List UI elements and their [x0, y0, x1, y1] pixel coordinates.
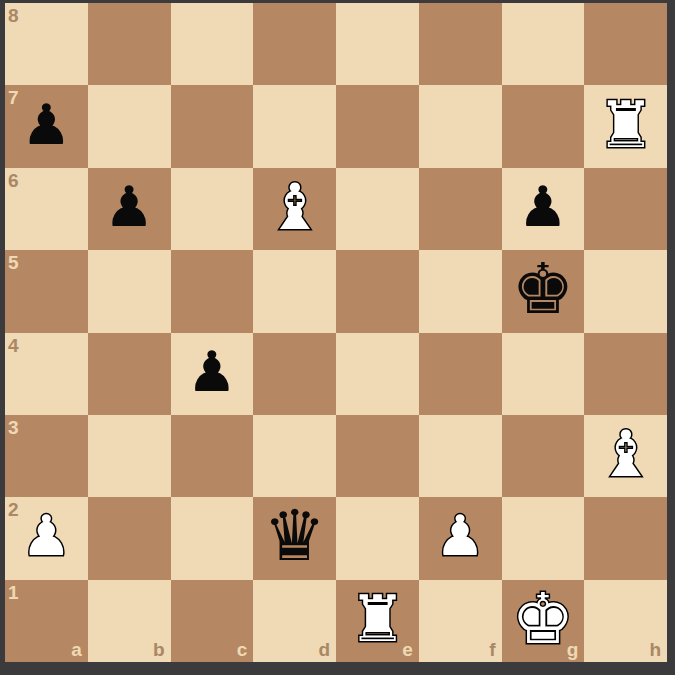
square-d2[interactable]: ♛ — [253, 497, 336, 579]
square-f8[interactable] — [419, 3, 502, 85]
square-c8[interactable] — [171, 3, 254, 85]
square-a4[interactable]: 4 — [5, 333, 88, 415]
square-f3[interactable] — [419, 415, 502, 497]
file-label-f: f — [489, 640, 495, 659]
square-d8[interactable] — [253, 3, 336, 85]
square-h8[interactable] — [584, 3, 667, 85]
file-label-b: b — [153, 640, 165, 659]
square-a8[interactable]: 8 — [5, 3, 88, 85]
square-f2[interactable]: ♟ — [419, 497, 502, 579]
square-h6[interactable] — [584, 168, 667, 250]
square-g1[interactable]: g♚ — [502, 580, 585, 662]
square-g3[interactable] — [502, 415, 585, 497]
square-e4[interactable] — [336, 333, 419, 415]
square-e6[interactable] — [336, 168, 419, 250]
square-a3[interactable]: 3 — [5, 415, 88, 497]
square-a7[interactable]: 7♟ — [5, 85, 88, 167]
rank-label-2: 2 — [8, 500, 19, 519]
square-f6[interactable] — [419, 168, 502, 250]
rank-label-4: 4 — [8, 336, 19, 355]
square-b1[interactable]: b — [88, 580, 171, 662]
white-rook-piece[interactable]: ♜ — [597, 93, 654, 157]
square-f1[interactable]: f — [419, 580, 502, 662]
rank-label-1: 1 — [8, 583, 19, 602]
square-c5[interactable] — [171, 250, 254, 332]
file-label-c: c — [237, 640, 248, 659]
black-pawn-piece[interactable]: ♟ — [187, 344, 237, 400]
square-b2[interactable] — [88, 497, 171, 579]
square-c4[interactable]: ♟ — [171, 333, 254, 415]
square-c7[interactable] — [171, 85, 254, 167]
rank-label-7: 7 — [8, 88, 19, 107]
black-pawn-piece[interactable]: ♟ — [104, 179, 154, 235]
white-pawn-piece[interactable]: ♟ — [435, 508, 485, 564]
file-label-d: d — [318, 640, 330, 659]
rank-label-8: 8 — [8, 6, 19, 25]
file-label-h: h — [649, 640, 661, 659]
square-h4[interactable] — [584, 333, 667, 415]
board-frame: 87♟♜6♟♝♟5♚4♟3♝2♟♛♟1abcde♜fg♚h — [0, 0, 675, 675]
rank-label-3: 3 — [8, 418, 19, 437]
square-h3[interactable]: ♝ — [584, 415, 667, 497]
square-b6[interactable]: ♟ — [88, 168, 171, 250]
square-e3[interactable] — [336, 415, 419, 497]
rank-label-5: 5 — [8, 253, 19, 272]
white-bishop-piece[interactable]: ♝ — [597, 422, 654, 486]
square-f4[interactable] — [419, 333, 502, 415]
square-c1[interactable]: c — [171, 580, 254, 662]
square-e8[interactable] — [336, 3, 419, 85]
square-c3[interactable] — [171, 415, 254, 497]
square-f7[interactable] — [419, 85, 502, 167]
square-a6[interactable]: 6 — [5, 168, 88, 250]
square-h7[interactable]: ♜ — [584, 85, 667, 167]
square-g7[interactable] — [502, 85, 585, 167]
square-a2[interactable]: 2♟ — [5, 497, 88, 579]
file-label-a: a — [71, 640, 82, 659]
square-d7[interactable] — [253, 85, 336, 167]
square-d5[interactable] — [253, 250, 336, 332]
square-e1[interactable]: e♜ — [336, 580, 419, 662]
square-h5[interactable] — [584, 250, 667, 332]
square-b7[interactable] — [88, 85, 171, 167]
square-b4[interactable] — [88, 333, 171, 415]
square-h1[interactable]: h — [584, 580, 667, 662]
black-pawn-piece[interactable]: ♟ — [21, 97, 71, 153]
square-a1[interactable]: 1a — [5, 580, 88, 662]
square-d4[interactable] — [253, 333, 336, 415]
chess-board: 87♟♜6♟♝♟5♚4♟3♝2♟♛♟1abcde♜fg♚h — [5, 3, 667, 662]
square-g5[interactable]: ♚ — [502, 250, 585, 332]
black-queen-piece[interactable]: ♛ — [263, 501, 326, 571]
square-g4[interactable] — [502, 333, 585, 415]
square-c2[interactable] — [171, 497, 254, 579]
rank-label-6: 6 — [8, 171, 19, 190]
square-g8[interactable] — [502, 3, 585, 85]
square-e7[interactable] — [336, 85, 419, 167]
white-king-piece[interactable]: ♚ — [511, 584, 574, 654]
square-c6[interactable] — [171, 168, 254, 250]
white-rook-piece[interactable]: ♜ — [349, 587, 406, 651]
square-g2[interactable] — [502, 497, 585, 579]
square-d1[interactable]: d — [253, 580, 336, 662]
square-b8[interactable] — [88, 3, 171, 85]
black-pawn-piece[interactable]: ♟ — [518, 179, 568, 235]
square-e2[interactable] — [336, 497, 419, 579]
square-d3[interactable] — [253, 415, 336, 497]
white-bishop-piece[interactable]: ♝ — [266, 175, 323, 239]
black-king-piece[interactable]: ♚ — [511, 254, 574, 324]
square-b5[interactable] — [88, 250, 171, 332]
square-f5[interactable] — [419, 250, 502, 332]
square-b3[interactable] — [88, 415, 171, 497]
square-d6[interactable]: ♝ — [253, 168, 336, 250]
white-pawn-piece[interactable]: ♟ — [21, 508, 71, 564]
square-g6[interactable]: ♟ — [502, 168, 585, 250]
square-a5[interactable]: 5 — [5, 250, 88, 332]
square-e5[interactable] — [336, 250, 419, 332]
square-h2[interactable] — [584, 497, 667, 579]
